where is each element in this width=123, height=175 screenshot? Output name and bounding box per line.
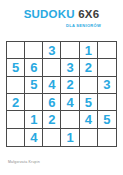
sudoku-cell-r5c4[interactable] xyxy=(61,111,79,128)
page-title: SUDOKU 6X6 xyxy=(0,8,123,20)
sudoku-cell-r4c3[interactable]: 6 xyxy=(43,94,61,111)
author-name: Małgorzata Krupin xyxy=(8,160,40,164)
sudoku-cell-r4c5[interactable]: 5 xyxy=(80,94,98,111)
sudoku-cell-r2c3[interactable] xyxy=(43,59,61,76)
sudoku-cell-r4c2[interactable] xyxy=(25,94,43,111)
sudoku-cell-r4c1[interactable]: 2 xyxy=(7,94,25,111)
sudoku-cell-r6c1[interactable] xyxy=(7,129,25,146)
sudoku-cell-r2c5[interactable]: 2 xyxy=(80,59,98,76)
sudoku-cell-r3c2[interactable]: 5 xyxy=(25,77,43,94)
sudoku-cell-r1c1[interactable] xyxy=(7,42,25,59)
sudoku-cell-r6c6[interactable] xyxy=(98,129,116,146)
sudoku-cell-r1c5[interactable]: 1 xyxy=(80,42,98,59)
sudoku-cell-r2c6[interactable] xyxy=(98,59,116,76)
sudoku-cell-r6c2[interactable]: 4 xyxy=(25,129,43,146)
sudoku-cell-r4c6[interactable] xyxy=(98,94,116,111)
sudoku-cell-r5c1[interactable] xyxy=(7,111,25,128)
sudoku-cell-r5c2[interactable]: 1 xyxy=(25,111,43,128)
sudoku-cell-r3c4[interactable]: 2 xyxy=(61,77,79,94)
sudoku-cell-r2c1[interactable]: 5 xyxy=(7,59,25,76)
sudoku-cell-r1c3[interactable]: 3 xyxy=(43,42,61,59)
sudoku-cell-r5c6[interactable]: 5 xyxy=(98,111,116,128)
sudoku-cell-r1c6[interactable] xyxy=(98,42,116,59)
subtitle-dla-seniorow: DLA SENIORÓW xyxy=(66,23,101,28)
sudoku-cell-r3c3[interactable]: 4 xyxy=(43,77,61,94)
sudoku-cell-r3c1[interactable] xyxy=(7,77,25,94)
sudoku-board: 31563254232645124541 xyxy=(6,41,117,147)
sudoku-cell-r4c4[interactable]: 4 xyxy=(61,94,79,111)
sudoku-cell-r6c4[interactable]: 1 xyxy=(61,129,79,146)
sudoku-cell-r1c2[interactable] xyxy=(25,42,43,59)
sudoku-cell-r3c5[interactable] xyxy=(80,77,98,94)
sudoku-cell-r6c5[interactable] xyxy=(80,129,98,146)
puzzle-page: SUDOKU 6X6 DLA SENIORÓW 3156325423264512… xyxy=(0,0,123,175)
sudoku-cell-r2c2[interactable]: 6 xyxy=(25,59,43,76)
sudoku-cell-r5c5[interactable]: 4 xyxy=(80,111,98,128)
sudoku-cell-r3c6[interactable]: 3 xyxy=(98,77,116,94)
title-sudoku: SUDOKU xyxy=(24,8,75,20)
title-grid-size: 6X6 xyxy=(78,8,99,20)
sudoku-cell-r5c3[interactable]: 2 xyxy=(43,111,61,128)
sudoku-cell-r2c4[interactable]: 3 xyxy=(61,59,79,76)
sudoku-cell-r1c4[interactable] xyxy=(61,42,79,59)
sudoku-cell-r6c3[interactable] xyxy=(43,129,61,146)
